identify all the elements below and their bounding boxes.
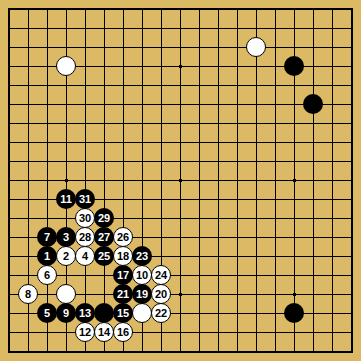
stone-white-move-30: 30 [75, 208, 95, 228]
move-number: 11 [60, 194, 72, 205]
stone-white-move-2: 2 [56, 246, 76, 266]
stone-black-setup [284, 303, 304, 323]
star-point [179, 65, 182, 68]
star-point [293, 179, 296, 182]
stone-white-move-14: 14 [94, 322, 114, 342]
move-number: 21 [117, 289, 129, 300]
stone-black-move-11: 11 [56, 189, 76, 209]
stone-white-move-20: 20 [151, 284, 171, 304]
move-number: 29 [98, 213, 110, 224]
star-point [293, 293, 296, 296]
stone-black-move-19: 19 [132, 284, 152, 304]
move-number: 8 [25, 289, 31, 300]
stone-black-move-9: 9 [56, 303, 76, 323]
stone-black-setup [284, 56, 304, 76]
stone-black-move-21: 21 [113, 284, 133, 304]
stone-white-move-4: 4 [75, 246, 95, 266]
move-number: 23 [136, 251, 148, 262]
stone-black-move-13: 13 [75, 303, 95, 323]
stone-black-move-7: 7 [37, 227, 57, 247]
move-number: 13 [79, 308, 91, 319]
move-number: 12 [79, 327, 91, 338]
move-number: 17 [117, 270, 129, 281]
stone-black-move-5: 5 [37, 303, 57, 323]
stone-black-move-31: 31 [75, 189, 95, 209]
stone-white-move-22: 22 [151, 303, 171, 323]
move-number: 30 [79, 213, 91, 224]
stone-white-move-24: 24 [151, 265, 171, 285]
move-number: 2 [63, 251, 69, 262]
stone-black-setup [303, 94, 323, 114]
move-number: 5 [44, 308, 50, 319]
move-number: 7 [44, 232, 50, 243]
move-number: 22 [155, 308, 167, 319]
stone-white-setup [56, 284, 76, 304]
move-number: 10 [136, 270, 148, 281]
move-number: 26 [117, 232, 129, 243]
move-number: 25 [98, 251, 110, 262]
stone-black-move-25: 25 [94, 246, 114, 266]
stone-black-move-1: 1 [37, 246, 57, 266]
move-number: 15 [117, 308, 129, 319]
stone-white-move-12: 12 [75, 322, 95, 342]
stone-black-move-23: 23 [132, 246, 152, 266]
stone-white-move-18: 18 [113, 246, 133, 266]
move-number: 4 [82, 251, 88, 262]
stone-white-move-6: 6 [37, 265, 57, 285]
stone-white-move-10: 10 [132, 265, 152, 285]
stone-white-move-28: 28 [75, 227, 95, 247]
go-board[interactable]: 1234567891011121314151617181920212223242… [0, 0, 361, 361]
move-number: 19 [136, 289, 148, 300]
star-point [179, 179, 182, 182]
move-number: 28 [79, 232, 91, 243]
stone-white-setup [56, 56, 76, 76]
move-number: 18 [117, 251, 129, 262]
move-number: 24 [155, 270, 167, 281]
move-number: 27 [98, 232, 110, 243]
stone-white-move-8: 8 [18, 284, 38, 304]
stone-black-move-3: 3 [56, 227, 76, 247]
stone-black-move-29: 29 [94, 208, 114, 228]
move-number: 16 [117, 327, 129, 338]
move-number: 20 [155, 289, 167, 300]
move-number: 6 [44, 270, 50, 281]
move-number: 1 [44, 251, 50, 262]
star-point [65, 179, 68, 182]
move-number: 14 [98, 327, 110, 338]
stone-white-setup [132, 303, 152, 323]
stone-white-move-16: 16 [113, 322, 133, 342]
stone-black-move-27: 27 [94, 227, 114, 247]
stone-black-move-17: 17 [113, 265, 133, 285]
stone-black-setup [94, 303, 114, 323]
star-point [179, 293, 182, 296]
move-number: 9 [63, 308, 69, 319]
stone-white-setup [246, 37, 266, 57]
stone-black-move-15: 15 [113, 303, 133, 323]
move-number: 3 [63, 232, 69, 243]
stone-white-move-26: 26 [113, 227, 133, 247]
move-number: 31 [79, 194, 91, 205]
